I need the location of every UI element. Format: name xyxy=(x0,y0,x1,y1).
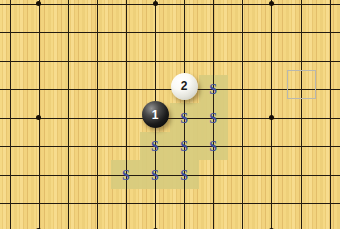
go-board-screenshot: SSSSSSSSS12 xyxy=(0,0,340,229)
star-point xyxy=(269,228,274,229)
s-mark[interactable]: S xyxy=(209,112,217,126)
grid-line-vertical xyxy=(330,0,331,229)
stone-move-number: 1 xyxy=(152,109,159,121)
star-point xyxy=(36,115,41,120)
grid-line-horizontal xyxy=(0,61,340,62)
grid-line-horizontal xyxy=(0,203,340,204)
grid-line-vertical xyxy=(10,0,11,229)
stone-move-number: 2 xyxy=(181,80,188,92)
stone-black-1[interactable]: 1 xyxy=(142,101,169,128)
grid-line-horizontal xyxy=(0,118,340,119)
grid-line-vertical xyxy=(301,0,302,229)
ghost-move-square[interactable] xyxy=(287,70,316,99)
grid-line-vertical xyxy=(126,0,127,229)
star-point xyxy=(153,228,158,229)
s-mark[interactable]: S xyxy=(180,112,188,126)
star-point xyxy=(269,115,274,120)
s-mark[interactable]: S xyxy=(209,140,217,154)
grid-line-horizontal xyxy=(0,146,340,147)
grid-line-horizontal xyxy=(0,175,340,176)
grid-line-vertical xyxy=(242,0,243,229)
s-mark[interactable]: S xyxy=(122,169,130,183)
grid-line-horizontal xyxy=(0,4,340,5)
star-point xyxy=(36,228,41,229)
s-mark[interactable]: S xyxy=(151,140,159,154)
s-mark[interactable]: S xyxy=(180,169,188,183)
go-board[interactable]: SSSSSSSSS12 xyxy=(0,0,340,229)
grid-line-horizontal xyxy=(0,32,340,33)
s-mark[interactable]: S xyxy=(180,140,188,154)
star-point xyxy=(36,1,41,6)
stone-white-2[interactable]: 2 xyxy=(171,73,198,100)
grid-line-vertical xyxy=(68,0,69,229)
grid-line-vertical xyxy=(97,0,98,229)
s-mark[interactable]: S xyxy=(151,169,159,183)
star-point xyxy=(153,1,158,6)
s-mark[interactable]: S xyxy=(209,83,217,97)
star-point xyxy=(269,1,274,6)
